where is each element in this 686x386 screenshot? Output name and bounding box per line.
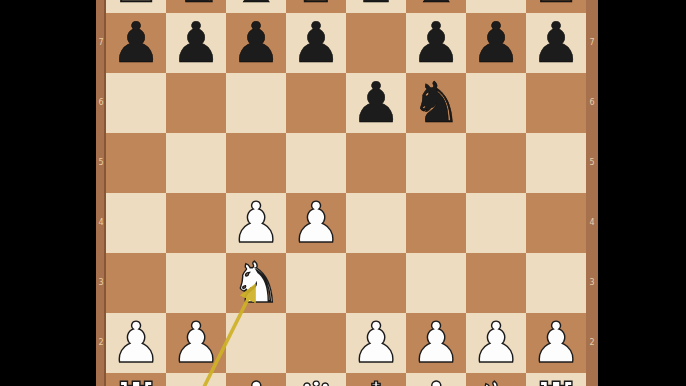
black-pawn-f7[interactable]: ♟ bbox=[406, 13, 466, 73]
rank-label-left-7: 7 bbox=[95, 37, 107, 49]
white-knight-c3[interactable]: ♞ bbox=[226, 253, 286, 313]
white-knight-g1[interactable]: ♞ bbox=[466, 373, 526, 386]
square-f4[interactable] bbox=[406, 193, 466, 253]
square-h7[interactable]: ♟ bbox=[526, 13, 586, 73]
white-bishop-f1[interactable]: ♝ bbox=[406, 373, 466, 386]
square-d1[interactable]: ♛ bbox=[286, 373, 346, 386]
square-g6[interactable] bbox=[466, 73, 526, 133]
square-f7[interactable]: ♟ bbox=[406, 13, 466, 73]
white-pawn-g2[interactable]: ♟ bbox=[466, 313, 526, 373]
square-f2[interactable]: ♟ bbox=[406, 313, 466, 373]
square-f1[interactable]: ♝ bbox=[406, 373, 466, 386]
square-a3[interactable] bbox=[106, 253, 166, 313]
square-a4[interactable] bbox=[106, 193, 166, 253]
square-g1[interactable]: ♞ bbox=[466, 373, 526, 386]
square-e7[interactable] bbox=[346, 13, 406, 73]
rank-label-right-5: 5 bbox=[586, 157, 598, 169]
square-b2[interactable]: ♟ bbox=[166, 313, 226, 373]
square-e1[interactable]: ♚ bbox=[346, 373, 406, 386]
square-d3[interactable] bbox=[286, 253, 346, 313]
square-f5[interactable] bbox=[406, 133, 466, 193]
square-c2[interactable] bbox=[226, 313, 286, 373]
square-h2[interactable]: ♟ bbox=[526, 313, 586, 373]
square-a1[interactable]: ♜ bbox=[106, 373, 166, 386]
rank-label-left-2: 2 bbox=[95, 337, 107, 349]
rank-label-right-7: 7 bbox=[586, 37, 598, 49]
rank-label-left-5: 5 bbox=[95, 157, 107, 169]
rank-label-right-6: 6 bbox=[586, 97, 598, 109]
square-h1[interactable]: ♜ bbox=[526, 373, 586, 386]
square-a2[interactable]: ♟ bbox=[106, 313, 166, 373]
square-c5[interactable] bbox=[226, 133, 286, 193]
square-c7[interactable]: ♟ bbox=[226, 13, 286, 73]
square-b1[interactable] bbox=[166, 373, 226, 386]
square-g5[interactable] bbox=[466, 133, 526, 193]
white-bishop-c1[interactable]: ♝ bbox=[226, 373, 286, 386]
square-d2[interactable] bbox=[286, 313, 346, 373]
square-g4[interactable] bbox=[466, 193, 526, 253]
square-c4[interactable]: ♟ bbox=[226, 193, 286, 253]
square-c6[interactable] bbox=[226, 73, 286, 133]
rank-label-left-4: 4 bbox=[95, 217, 107, 229]
square-g3[interactable] bbox=[466, 253, 526, 313]
square-d6[interactable] bbox=[286, 73, 346, 133]
square-a5[interactable] bbox=[106, 133, 166, 193]
square-h6[interactable] bbox=[526, 73, 586, 133]
white-pawn-b2[interactable]: ♟ bbox=[166, 313, 226, 373]
square-e4[interactable] bbox=[346, 193, 406, 253]
square-e3[interactable] bbox=[346, 253, 406, 313]
square-e2[interactable]: ♟ bbox=[346, 313, 406, 373]
square-d7[interactable]: ♟ bbox=[286, 13, 346, 73]
square-e5[interactable] bbox=[346, 133, 406, 193]
square-a7[interactable]: ♟ bbox=[106, 13, 166, 73]
white-rook-h1[interactable]: ♜ bbox=[526, 373, 586, 386]
square-h4[interactable] bbox=[526, 193, 586, 253]
chess-board: ♜♞♝♛♚♝♜♟♟♟♟♟♟♟♟♞♟♟♞♟♟♟♟♟♟♜♝♛♚♝♞♜ bbox=[106, 0, 586, 386]
black-pawn-b7[interactable]: ♟ bbox=[166, 13, 226, 73]
video-frame: ♜♞♝♛♚♝♜♟♟♟♟♟♟♟♟♞♟♟♞♟♟♟♟♟♟♜♝♛♚♝♞♜ 8877665… bbox=[0, 0, 686, 386]
square-h5[interactable] bbox=[526, 133, 586, 193]
square-b4[interactable] bbox=[166, 193, 226, 253]
white-pawn-d4[interactable]: ♟ bbox=[286, 193, 346, 253]
square-d5[interactable] bbox=[286, 133, 346, 193]
black-pawn-e6[interactable]: ♟ bbox=[346, 73, 406, 133]
square-a6[interactable] bbox=[106, 73, 166, 133]
white-rook-a1[interactable]: ♜ bbox=[106, 373, 166, 386]
square-d4[interactable]: ♟ bbox=[286, 193, 346, 253]
square-h3[interactable] bbox=[526, 253, 586, 313]
square-b7[interactable]: ♟ bbox=[166, 13, 226, 73]
white-queen-d1[interactable]: ♛ bbox=[286, 373, 346, 386]
black-pawn-a7[interactable]: ♟ bbox=[106, 13, 166, 73]
white-pawn-f2[interactable]: ♟ bbox=[406, 313, 466, 373]
rank-label-left-3: 3 bbox=[95, 277, 107, 289]
square-f6[interactable]: ♞ bbox=[406, 73, 466, 133]
square-b5[interactable] bbox=[166, 133, 226, 193]
square-b3[interactable] bbox=[166, 253, 226, 313]
white-king-e1[interactable]: ♚ bbox=[346, 373, 406, 386]
square-f3[interactable] bbox=[406, 253, 466, 313]
black-king-e8[interactable]: ♚ bbox=[346, 0, 406, 13]
square-g2[interactable]: ♟ bbox=[466, 313, 526, 373]
black-pawn-h7[interactable]: ♟ bbox=[526, 13, 586, 73]
square-e8[interactable]: ♚ bbox=[346, 0, 406, 13]
rank-label-left-6: 6 bbox=[95, 97, 107, 109]
black-pawn-d7[interactable]: ♟ bbox=[286, 13, 346, 73]
square-e6[interactable]: ♟ bbox=[346, 73, 406, 133]
white-pawn-h2[interactable]: ♟ bbox=[526, 313, 586, 373]
rank-label-right-4: 4 bbox=[586, 217, 598, 229]
black-knight-f6[interactable]: ♞ bbox=[406, 73, 466, 133]
white-pawn-a2[interactable]: ♟ bbox=[106, 313, 166, 373]
square-b6[interactable] bbox=[166, 73, 226, 133]
square-c3[interactable]: ♞ bbox=[226, 253, 286, 313]
square-g7[interactable]: ♟ bbox=[466, 13, 526, 73]
white-pawn-c4[interactable]: ♟ bbox=[226, 193, 286, 253]
rank-label-right-2: 2 bbox=[586, 337, 598, 349]
black-pawn-g7[interactable]: ♟ bbox=[466, 13, 526, 73]
square-c1[interactable]: ♝ bbox=[226, 373, 286, 386]
black-pawn-c7[interactable]: ♟ bbox=[226, 13, 286, 73]
rank-label-right-3: 3 bbox=[586, 277, 598, 289]
white-pawn-e2[interactable]: ♟ bbox=[346, 313, 406, 373]
